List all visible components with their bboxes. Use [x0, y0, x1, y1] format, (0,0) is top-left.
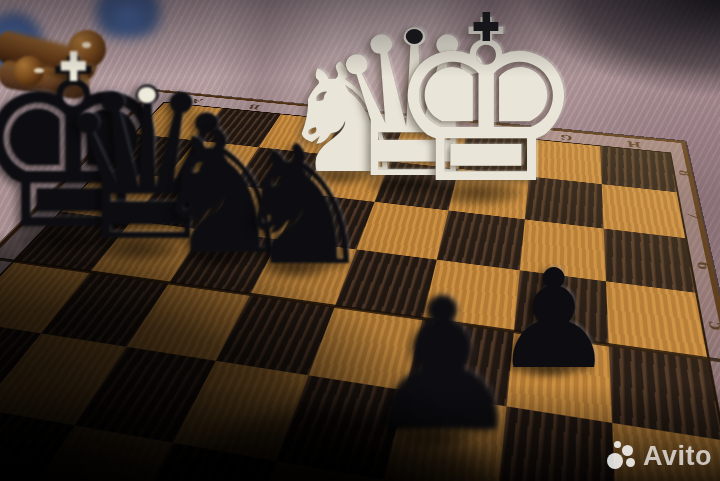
- avito-watermark: Avito: [607, 441, 712, 472]
- avito-logo-dots-icon: [607, 441, 638, 472]
- square-f3: [384, 391, 506, 481]
- board-squares: [0, 103, 720, 481]
- photo-canvas: ABCDEFGH87654321 ♞♛♚♚♛♞♞♟♟ Avito: [0, 0, 720, 481]
- avito-watermark-text: Avito: [643, 441, 712, 472]
- glint: [34, 68, 44, 73]
- chessboard: ABCDEFGH87654321: [0, 90, 720, 481]
- offboard-wooden-pieces: [0, 16, 124, 86]
- wooden-pawn-head: [68, 30, 106, 68]
- king-cross-finial: [474, 12, 499, 41]
- glint: [82, 42, 91, 48]
- queen-crown-finial: [406, 29, 423, 44]
